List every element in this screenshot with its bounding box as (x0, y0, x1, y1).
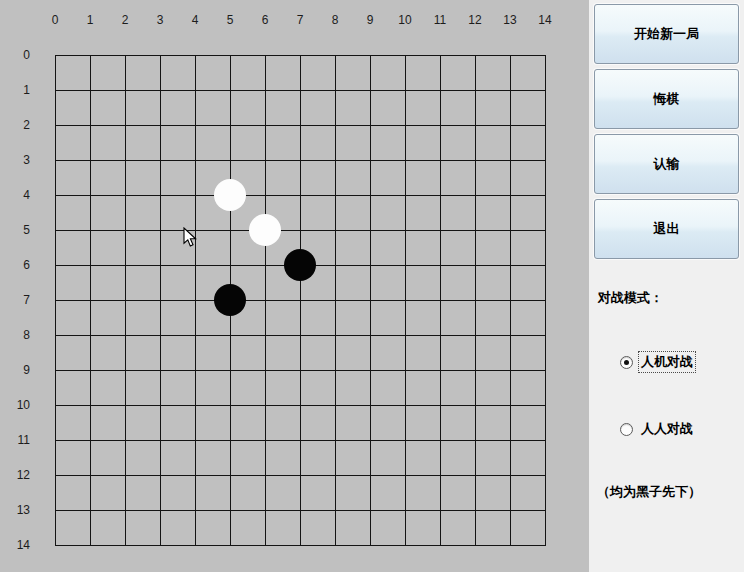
board-cell[interactable] (161, 476, 196, 511)
board-cell[interactable] (161, 301, 196, 336)
board-cell[interactable] (196, 231, 231, 266)
board-cell[interactable] (301, 441, 336, 476)
board-cell[interactable] (511, 301, 546, 336)
board-cell[interactable] (301, 511, 336, 546)
board-cell[interactable] (476, 301, 511, 336)
board-cell[interactable] (91, 371, 126, 406)
row-label: 1 (2, 83, 30, 97)
new-game-button[interactable]: 开始新一局 (594, 4, 739, 64)
black-stone (214, 284, 246, 316)
board-cell[interactable] (126, 441, 161, 476)
board-cell[interactable] (161, 441, 196, 476)
row-label: 5 (2, 223, 30, 237)
board-cell[interactable] (476, 266, 511, 301)
col-label: 13 (503, 13, 516, 27)
board-cell[interactable] (336, 301, 371, 336)
board-cell[interactable] (56, 161, 91, 196)
board-area: 01234567891011121314 0123456789101112131… (0, 0, 589, 572)
board-cell[interactable] (336, 196, 371, 231)
row-label: 2 (2, 118, 30, 132)
board-cell[interactable] (301, 126, 336, 161)
row-label: 7 (2, 293, 30, 307)
row-label: 6 (2, 258, 30, 272)
battle-mode-label: 对战模式： (598, 289, 663, 307)
row-label: 14 (2, 538, 30, 552)
board-cell[interactable] (91, 336, 126, 371)
board-cell[interactable] (91, 406, 126, 441)
board-cell[interactable] (336, 91, 371, 126)
board-cell[interactable] (406, 56, 441, 91)
board-cell[interactable] (91, 56, 126, 91)
control-panel: 开始新一局 悔棋 认输 退出 对战模式： 人机对战 人人对战 （均为黑子先下） (589, 0, 744, 572)
board-cell[interactable] (161, 371, 196, 406)
board-cell[interactable] (126, 301, 161, 336)
board-cell[interactable] (231, 371, 266, 406)
board-cell[interactable] (511, 56, 546, 91)
board-cell[interactable] (511, 196, 546, 231)
row-label: 8 (2, 328, 30, 342)
board-cell[interactable] (56, 266, 91, 301)
board-cell[interactable] (301, 476, 336, 511)
gomoku-app-window: 01234567891011121314 0123456789101112131… (0, 0, 744, 572)
board-cell[interactable] (266, 336, 301, 371)
board-cell[interactable] (56, 56, 91, 91)
board-cell[interactable] (476, 126, 511, 161)
board-cell[interactable] (336, 266, 371, 301)
board-cell[interactable] (406, 406, 441, 441)
col-label: 14 (538, 13, 551, 27)
board-cell[interactable] (511, 126, 546, 161)
board-cell[interactable] (511, 266, 546, 301)
board-cell[interactable] (476, 336, 511, 371)
board-cell[interactable] (441, 476, 476, 511)
board-cell[interactable] (196, 56, 231, 91)
board-cell[interactable] (91, 266, 126, 301)
board-cell[interactable] (266, 301, 301, 336)
board-cell[interactable] (406, 126, 441, 161)
board-cell[interactable] (371, 476, 406, 511)
black-stone (284, 249, 316, 281)
row-label: 0 (2, 48, 30, 62)
board-cell[interactable] (371, 371, 406, 406)
col-label: 4 (192, 13, 199, 27)
board-cell[interactable] (231, 511, 266, 546)
board-cell[interactable] (56, 511, 91, 546)
board-cell[interactable] (406, 336, 441, 371)
mode-option-label: 人人对战 (638, 418, 696, 440)
board-cell[interactable] (91, 476, 126, 511)
board-cell[interactable] (231, 126, 266, 161)
white-stone (214, 179, 246, 211)
board-cell[interactable] (371, 266, 406, 301)
board-cell[interactable] (476, 231, 511, 266)
board-cell[interactable] (196, 441, 231, 476)
board-cell[interactable] (371, 126, 406, 161)
board-cell[interactable] (441, 56, 476, 91)
board-cell[interactable] (336, 511, 371, 546)
board-cell[interactable] (266, 441, 301, 476)
board-cell[interactable] (371, 56, 406, 91)
board-cell[interactable] (476, 161, 511, 196)
col-label: 11 (434, 13, 446, 27)
board-cell[interactable] (266, 126, 301, 161)
board-cell[interactable] (371, 336, 406, 371)
board-cell[interactable] (161, 511, 196, 546)
col-label: 5 (227, 13, 234, 27)
col-label: 6 (262, 13, 269, 27)
board-cell[interactable] (231, 441, 266, 476)
col-label: 2 (122, 13, 129, 27)
board-cell[interactable] (56, 231, 91, 266)
row-label: 3 (2, 153, 30, 167)
board-cell[interactable] (231, 336, 266, 371)
board-cell[interactable] (441, 231, 476, 266)
board-cell[interactable] (56, 406, 91, 441)
board-cell[interactable] (511, 406, 546, 441)
col-label: 0 (52, 13, 59, 27)
board-cell[interactable] (476, 441, 511, 476)
board-cell[interactable] (476, 476, 511, 511)
board-cell[interactable] (91, 196, 126, 231)
board-cell[interactable] (266, 476, 301, 511)
board-cell[interactable] (91, 161, 126, 196)
black-first-note: （均为黑子先下） (597, 483, 701, 501)
board-cell[interactable] (56, 336, 91, 371)
board-cell[interactable] (441, 266, 476, 301)
board-cell[interactable] (196, 336, 231, 371)
exit-button[interactable]: 退出 (594, 199, 739, 259)
board-cell[interactable] (56, 441, 91, 476)
board-cell[interactable] (56, 91, 91, 126)
board-cell[interactable] (441, 441, 476, 476)
row-label: 10 (2, 398, 30, 412)
board-cell[interactable] (126, 161, 161, 196)
board-cell[interactable] (266, 406, 301, 441)
board-cell[interactable] (511, 371, 546, 406)
board-cell[interactable] (56, 476, 91, 511)
board-cell[interactable] (441, 91, 476, 126)
board-cell[interactable] (231, 91, 266, 126)
board-cell[interactable] (161, 126, 196, 161)
board-cell[interactable] (161, 336, 196, 371)
board-cell[interactable] (511, 336, 546, 371)
mouse-cursor-icon (183, 227, 199, 249)
board-cell[interactable] (336, 371, 371, 406)
board-cell[interactable] (371, 511, 406, 546)
board-cell[interactable] (511, 476, 546, 511)
board-cell[interactable] (266, 56, 301, 91)
board-cell[interactable] (371, 196, 406, 231)
board-cell[interactable] (406, 266, 441, 301)
board-cell[interactable] (406, 441, 441, 476)
board-cell[interactable] (406, 476, 441, 511)
mode-option-human-vs-computer[interactable]: 人机对战 (620, 351, 696, 373)
board-cell[interactable] (476, 371, 511, 406)
board-cell[interactable] (441, 126, 476, 161)
col-label: 7 (297, 13, 304, 27)
board-cell[interactable] (476, 91, 511, 126)
board-cell[interactable] (476, 56, 511, 91)
board-cell[interactable] (266, 511, 301, 546)
board-cell[interactable] (126, 336, 161, 371)
board-cell[interactable] (196, 511, 231, 546)
board-cell[interactable] (336, 161, 371, 196)
board-cell[interactable] (301, 196, 336, 231)
board-cell[interactable] (91, 231, 126, 266)
board-cell[interactable] (301, 336, 336, 371)
board-cell[interactable] (196, 371, 231, 406)
board-cell[interactable] (231, 476, 266, 511)
board-cell[interactable] (91, 301, 126, 336)
board-cell[interactable] (406, 161, 441, 196)
board-cell[interactable] (126, 476, 161, 511)
board-cell[interactable] (371, 231, 406, 266)
board-cell[interactable] (301, 91, 336, 126)
board-cell[interactable] (126, 406, 161, 441)
board-cell[interactable] (441, 406, 476, 441)
board-cell[interactable] (371, 406, 406, 441)
undo-move-button[interactable]: 悔棋 (594, 69, 739, 129)
board-cell[interactable] (511, 441, 546, 476)
col-label: 3 (157, 13, 164, 27)
board-cell[interactable] (301, 301, 336, 336)
board-cell[interactable] (266, 91, 301, 126)
board-cell[interactable] (336, 476, 371, 511)
board-cell[interactable] (371, 441, 406, 476)
board-cell[interactable] (126, 371, 161, 406)
board-cell[interactable] (126, 231, 161, 266)
board-cell[interactable] (511, 91, 546, 126)
board-cell[interactable] (266, 161, 301, 196)
board-cell[interactable] (196, 126, 231, 161)
row-label: 13 (2, 503, 30, 517)
board-cell[interactable] (91, 511, 126, 546)
row-label: 9 (2, 363, 30, 377)
row-label: 11 (2, 433, 30, 447)
board-cell[interactable] (336, 406, 371, 441)
board-cell[interactable] (336, 336, 371, 371)
board-cell[interactable] (336, 126, 371, 161)
board-cell[interactable] (196, 476, 231, 511)
col-label: 12 (468, 13, 481, 27)
board-cell[interactable] (266, 371, 301, 406)
board-cell[interactable] (441, 336, 476, 371)
board-cell[interactable] (511, 511, 546, 546)
board-cell[interactable] (441, 196, 476, 231)
col-label: 10 (398, 13, 411, 27)
board-cell[interactable] (511, 231, 546, 266)
radio-button-icon[interactable] (620, 423, 633, 436)
board-cell[interactable] (161, 56, 196, 91)
board-cell[interactable] (476, 196, 511, 231)
board-cell[interactable] (476, 511, 511, 546)
board-cell[interactable] (336, 56, 371, 91)
board-cell[interactable] (161, 161, 196, 196)
board-cell[interactable] (161, 266, 196, 301)
board-cell[interactable] (301, 161, 336, 196)
col-label: 1 (87, 13, 94, 27)
board-cell[interactable] (196, 91, 231, 126)
board-cell[interactable] (406, 301, 441, 336)
board-cell[interactable] (231, 56, 266, 91)
board-cell[interactable] (126, 91, 161, 126)
board-cell[interactable] (301, 406, 336, 441)
board-cell[interactable] (126, 126, 161, 161)
board-cell[interactable] (126, 196, 161, 231)
board-cell[interactable] (91, 126, 126, 161)
board-cell[interactable] (231, 406, 266, 441)
board-cell[interactable] (56, 126, 91, 161)
radio-button-icon[interactable] (620, 356, 633, 369)
board-cell[interactable] (126, 266, 161, 301)
board-cell[interactable] (301, 371, 336, 406)
board-cell[interactable] (336, 231, 371, 266)
board-cell[interactable] (56, 301, 91, 336)
board-cell[interactable] (441, 511, 476, 546)
mode-option-human-vs-human[interactable]: 人人对战 (620, 418, 696, 440)
board-cell[interactable] (196, 406, 231, 441)
board-cell[interactable] (511, 161, 546, 196)
col-label: 8 (332, 13, 339, 27)
mode-option-label: 人机对战 (638, 351, 696, 373)
board-cell[interactable] (126, 56, 161, 91)
board-cell[interactable] (406, 371, 441, 406)
board-cell[interactable] (441, 161, 476, 196)
resign-button[interactable]: 认输 (594, 134, 739, 194)
board-cell[interactable] (371, 161, 406, 196)
board-cell[interactable] (406, 231, 441, 266)
row-label: 4 (2, 188, 30, 202)
board-cell[interactable] (56, 371, 91, 406)
board-cell[interactable] (56, 196, 91, 231)
col-label: 9 (367, 13, 374, 27)
board-cell[interactable] (406, 196, 441, 231)
board-cell[interactable] (161, 406, 196, 441)
board-cell[interactable] (441, 301, 476, 336)
board-cell[interactable] (91, 91, 126, 126)
white-stone (249, 214, 281, 246)
board[interactable] (55, 55, 546, 546)
board-cell[interactable] (406, 91, 441, 126)
board-cell[interactable] (91, 441, 126, 476)
board-cell[interactable] (441, 371, 476, 406)
board-cell[interactable] (371, 91, 406, 126)
row-label: 12 (2, 468, 30, 482)
board-cell[interactable] (476, 406, 511, 441)
board-cell[interactable] (336, 441, 371, 476)
board-cell[interactable] (161, 196, 196, 231)
board-cell[interactable] (406, 511, 441, 546)
board-cell[interactable] (126, 511, 161, 546)
board-cell[interactable] (301, 56, 336, 91)
board-cell[interactable] (371, 301, 406, 336)
board-cell[interactable] (161, 91, 196, 126)
